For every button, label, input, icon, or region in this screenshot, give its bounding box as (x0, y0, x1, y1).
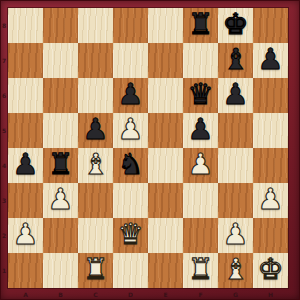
square-g5[interactable] (218, 113, 253, 148)
rank-label-5: 5 (0, 113, 8, 148)
square-h3[interactable]: ♟ (253, 183, 288, 218)
square-a8[interactable] (8, 8, 43, 43)
square-b3[interactable]: ♟ (43, 183, 78, 218)
piece-white-pawn[interactable]: ♟ (188, 150, 214, 179)
square-a4[interactable]: ♟ (8, 148, 43, 183)
square-g2[interactable]: ♟ (218, 218, 253, 253)
file-label-g: G (218, 288, 253, 300)
chess-board: ♜♚♝♟♟♛♟♟♟♟♟♜♝♞♟♟♟♟♛♟♜♜♝♚ (8, 8, 288, 288)
rank-label-4: 4 (0, 148, 8, 183)
square-b8[interactable] (43, 8, 78, 43)
file-label-b: B (43, 288, 78, 300)
square-c8[interactable] (78, 8, 113, 43)
square-c5[interactable]: ♟ (78, 113, 113, 148)
square-g1[interactable]: ♝ (218, 253, 253, 288)
square-g8[interactable]: ♚ (218, 8, 253, 43)
square-d3[interactable] (113, 183, 148, 218)
square-b1[interactable] (43, 253, 78, 288)
square-a1[interactable] (8, 253, 43, 288)
square-h6[interactable] (253, 78, 288, 113)
square-a6[interactable] (8, 78, 43, 113)
square-d1[interactable] (113, 253, 148, 288)
piece-black-rook[interactable]: ♜ (188, 10, 214, 39)
piece-black-queen[interactable]: ♛ (188, 80, 214, 109)
square-d4[interactable]: ♞ (113, 148, 148, 183)
rank-label-1: 1 (0, 253, 8, 288)
rank-label-6: 6 (0, 78, 8, 113)
file-label-h: H (253, 288, 288, 300)
square-c2[interactable] (78, 218, 113, 253)
square-d7[interactable] (113, 43, 148, 78)
piece-black-pawn[interactable]: ♟ (258, 45, 284, 74)
square-g3[interactable] (218, 183, 253, 218)
square-f6[interactable]: ♛ (183, 78, 218, 113)
square-f8[interactable]: ♜ (183, 8, 218, 43)
square-e1[interactable] (148, 253, 183, 288)
square-f4[interactable]: ♟ (183, 148, 218, 183)
square-h8[interactable] (253, 8, 288, 43)
piece-white-bishop[interactable]: ♝ (223, 255, 249, 284)
square-g6[interactable]: ♟ (218, 78, 253, 113)
piece-white-pawn[interactable]: ♟ (13, 220, 39, 249)
piece-white-king[interactable]: ♚ (258, 255, 284, 284)
square-c1[interactable]: ♜ (78, 253, 113, 288)
square-f3[interactable] (183, 183, 218, 218)
rank-label-8: 8 (0, 8, 8, 43)
piece-white-bishop[interactable]: ♝ (83, 150, 109, 179)
square-h4[interactable] (253, 148, 288, 183)
square-h5[interactable] (253, 113, 288, 148)
square-b5[interactable] (43, 113, 78, 148)
piece-white-rook[interactable]: ♜ (83, 255, 109, 284)
square-f2[interactable] (183, 218, 218, 253)
piece-black-knight[interactable]: ♞ (118, 150, 144, 179)
square-a7[interactable] (8, 43, 43, 78)
square-h7[interactable]: ♟ (253, 43, 288, 78)
piece-black-rook[interactable]: ♜ (48, 150, 74, 179)
piece-white-pawn[interactable]: ♟ (258, 185, 284, 214)
rank-label-2: 2 (0, 218, 8, 253)
square-c7[interactable] (78, 43, 113, 78)
rank-label-3: 3 (0, 183, 8, 218)
square-e5[interactable] (148, 113, 183, 148)
file-label-a: A (8, 288, 43, 300)
square-e2[interactable] (148, 218, 183, 253)
piece-white-pawn[interactable]: ♟ (118, 115, 144, 144)
file-label-f: F (183, 288, 218, 300)
square-f5[interactable]: ♟ (183, 113, 218, 148)
piece-black-pawn[interactable]: ♟ (223, 80, 249, 109)
square-b4[interactable]: ♜ (43, 148, 78, 183)
square-e6[interactable] (148, 78, 183, 113)
square-b7[interactable] (43, 43, 78, 78)
square-c4[interactable]: ♝ (78, 148, 113, 183)
square-e3[interactable] (148, 183, 183, 218)
file-label-e: E (148, 288, 183, 300)
square-h1[interactable]: ♚ (253, 253, 288, 288)
piece-black-pawn[interactable]: ♟ (118, 80, 144, 109)
square-e4[interactable] (148, 148, 183, 183)
square-d6[interactable]: ♟ (113, 78, 148, 113)
square-b6[interactable] (43, 78, 78, 113)
square-e7[interactable] (148, 43, 183, 78)
square-a5[interactable] (8, 113, 43, 148)
piece-black-pawn[interactable]: ♟ (188, 115, 214, 144)
piece-white-pawn[interactable]: ♟ (223, 220, 249, 249)
piece-black-bishop[interactable]: ♝ (223, 45, 249, 74)
piece-white-rook[interactable]: ♜ (188, 255, 214, 284)
square-e8[interactable] (148, 8, 183, 43)
piece-black-pawn[interactable]: ♟ (13, 150, 39, 179)
square-h2[interactable] (253, 218, 288, 253)
piece-white-pawn[interactable]: ♟ (48, 185, 74, 214)
square-b2[interactable] (43, 218, 78, 253)
piece-black-pawn[interactable]: ♟ (83, 115, 109, 144)
square-c3[interactable] (78, 183, 113, 218)
square-g4[interactable] (218, 148, 253, 183)
square-d5[interactable]: ♟ (113, 113, 148, 148)
square-g7[interactable]: ♝ (218, 43, 253, 78)
square-d8[interactable] (113, 8, 148, 43)
square-f7[interactable] (183, 43, 218, 78)
file-label-d: D (113, 288, 148, 300)
board-frame: ♜♚♝♟♟♛♟♟♟♟♟♜♝♞♟♟♟♟♛♟♜♜♝♚ 87654321ABCDEFG… (0, 0, 300, 300)
rank-label-7: 7 (0, 43, 8, 78)
piece-white-queen[interactable]: ♛ (118, 220, 144, 249)
square-d2[interactable]: ♛ (113, 218, 148, 253)
piece-black-king[interactable]: ♚ (223, 10, 249, 39)
square-a2[interactable]: ♟ (8, 218, 43, 253)
square-a3[interactable] (8, 183, 43, 218)
square-c6[interactable] (78, 78, 113, 113)
square-f1[interactable]: ♜ (183, 253, 218, 288)
file-label-c: C (78, 288, 113, 300)
